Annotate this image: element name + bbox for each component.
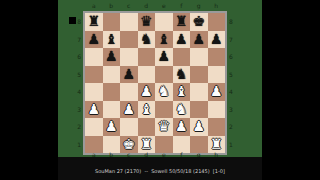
square-g5 [190, 66, 208, 84]
square-b3 [103, 101, 121, 119]
coord-label-c: c [120, 2, 138, 9]
square-f2: ♟ [173, 118, 191, 136]
piece-black-pawn: ♟ [157, 48, 170, 66]
piece-white-king: ♚ [122, 135, 135, 153]
square-c7 [120, 31, 138, 49]
square-g7: ♟ [190, 31, 208, 49]
coord-label-g: g [190, 2, 208, 9]
piece-white-rook: ♜ [140, 135, 153, 153]
square-d3: ♝ [138, 101, 156, 119]
coord-label-4: 4 [229, 83, 240, 101]
square-g4 [190, 83, 208, 101]
square-d7: ♞ [138, 31, 156, 49]
square-c8 [120, 13, 138, 31]
square-e6: ♟ [155, 48, 173, 66]
square-h2 [208, 118, 226, 136]
square-b2: ♟ [103, 118, 121, 136]
file-labels-top: abcdefgh [85, 2, 225, 9]
square-h7: ♟ [208, 31, 226, 49]
piece-black-knight: ♞ [140, 30, 153, 48]
piece-white-pawn: ♟ [87, 100, 100, 118]
square-g2: ♟ [190, 118, 208, 136]
coord-label-a: a [85, 2, 103, 9]
square-h6 [208, 48, 226, 66]
rank-labels-left: 87654321 [70, 13, 81, 153]
piece-white-pawn: ♟ [175, 118, 188, 136]
square-g6 [190, 48, 208, 66]
square-e7: ♝ [155, 31, 173, 49]
square-f3: ♞ [173, 101, 191, 119]
piece-white-bishop: ♝ [140, 100, 153, 118]
video-frame: abcdefgh 87654321 87654321 ♜♛♜♚♟♝♞♝♟♟♟♟♟… [0, 0, 320, 180]
square-h8 [208, 13, 226, 31]
square-a7: ♟ [85, 31, 103, 49]
square-g8: ♚ [190, 13, 208, 31]
piece-black-rook: ♜ [175, 13, 188, 31]
square-b5 [103, 66, 121, 84]
piece-black-king: ♚ [192, 13, 205, 31]
coord-label-3: 3 [229, 101, 240, 119]
square-a4 [85, 83, 103, 101]
piece-black-bishop: ♝ [157, 30, 170, 48]
players-result-line: SouMan 27 (2170) -- Sowell 50/50/18 (214… [58, 169, 262, 175]
square-f4: ♝ [173, 83, 191, 101]
piece-black-pawn: ♟ [192, 30, 205, 48]
square-d6 [138, 48, 156, 66]
square-a3: ♟ [85, 101, 103, 119]
piece-white-pawn: ♟ [140, 83, 153, 101]
square-a6 [85, 48, 103, 66]
coord-label-h: h [208, 2, 226, 9]
square-h4: ♟ [208, 83, 226, 101]
piece-white-bishop: ♝ [175, 83, 188, 101]
coord-label-5: 5 [229, 66, 240, 84]
piece-white-pawn: ♟ [210, 83, 223, 101]
game-info-panel: SouMan 27 (2170) -- Sowell 50/50/18 (214… [58, 157, 262, 180]
square-e5 [155, 66, 173, 84]
square-d8: ♛ [138, 13, 156, 31]
coord-label-7: 7 [229, 31, 240, 49]
piece-black-pawn: ♟ [175, 30, 188, 48]
square-e2: ♛ [155, 118, 173, 136]
board: ♜♛♜♚♟♝♞♝♟♟♟♟♟♟♞♟♞♝♟♟♟♝♞♟♛♟♟♚♜♜ [85, 13, 225, 153]
piece-white-knight: ♞ [175, 100, 188, 118]
piece-white-pawn: ♟ [192, 118, 205, 136]
square-c4 [120, 83, 138, 101]
square-b8 [103, 13, 121, 31]
coord-label-7: 7 [70, 31, 81, 49]
square-a5 [85, 66, 103, 84]
square-g3 [190, 101, 208, 119]
piece-black-pawn: ♟ [105, 48, 118, 66]
coord-label-e: e [155, 2, 173, 9]
square-c6 [120, 48, 138, 66]
square-b6: ♟ [103, 48, 121, 66]
coord-label-d: d [138, 2, 156, 9]
coord-label-2: 2 [70, 118, 81, 136]
square-d4: ♟ [138, 83, 156, 101]
coord-label-f: f [173, 2, 191, 9]
piece-black-pawn: ♟ [87, 30, 100, 48]
piece-black-pawn: ♟ [122, 65, 135, 83]
square-e4: ♞ [155, 83, 173, 101]
board-frame: ♜♛♜♚♟♝♞♝♟♟♟♟♟♟♞♟♞♝♟♟♟♝♞♟♛♟♟♚♜♜ [83, 11, 227, 155]
black-to-move-indicator [69, 17, 76, 24]
square-e3 [155, 101, 173, 119]
piece-white-knight: ♞ [157, 83, 170, 101]
square-a2 [85, 118, 103, 136]
piece-white-pawn: ♟ [122, 100, 135, 118]
square-f5: ♞ [173, 66, 191, 84]
square-a8: ♜ [85, 13, 103, 31]
square-b7: ♝ [103, 31, 121, 49]
coord-label-b: b [103, 2, 121, 9]
square-c5: ♟ [120, 66, 138, 84]
square-f8: ♜ [173, 13, 191, 31]
square-h5 [208, 66, 226, 84]
piece-black-rook: ♜ [87, 13, 100, 31]
piece-white-pawn: ♟ [105, 118, 118, 136]
square-d2 [138, 118, 156, 136]
square-c3: ♟ [120, 101, 138, 119]
coord-label-1: 1 [70, 136, 81, 154]
coord-label-4: 4 [70, 83, 81, 101]
square-e8 [155, 13, 173, 31]
square-f6 [173, 48, 191, 66]
coord-label-1: 1 [229, 136, 240, 154]
coord-label-5: 5 [70, 66, 81, 84]
piece-white-rook: ♜ [210, 135, 223, 153]
square-b4 [103, 83, 121, 101]
coord-label-8: 8 [229, 13, 240, 31]
coord-label-3: 3 [70, 101, 81, 119]
piece-black-bishop: ♝ [105, 30, 118, 48]
coord-label-6: 6 [70, 48, 81, 66]
rank-labels-right: 87654321 [229, 13, 240, 153]
square-f7: ♟ [173, 31, 191, 49]
piece-black-queen: ♛ [140, 13, 153, 31]
square-h3 [208, 101, 226, 119]
square-d5 [138, 66, 156, 84]
coord-label-2: 2 [229, 118, 240, 136]
piece-black-pawn: ♟ [210, 30, 223, 48]
piece-black-knight: ♞ [175, 65, 188, 83]
piece-white-queen: ♛ [157, 118, 170, 136]
coord-label-6: 6 [229, 48, 240, 66]
square-c2 [120, 118, 138, 136]
